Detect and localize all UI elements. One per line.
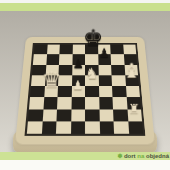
board-square: [85, 86, 99, 97]
watermark-mark-icon: ✽: [117, 153, 122, 159]
board-square: [98, 45, 111, 55]
board-square: [42, 109, 57, 121]
photo-background: ♚♟♟♞♝♛♟♜: [0, 11, 170, 152]
board-square: [111, 65, 125, 76]
board-square: [98, 54, 111, 64]
board-square: [29, 97, 44, 109]
board-square: [99, 121, 114, 134]
board-square: [30, 86, 44, 97]
board-square: [70, 121, 85, 134]
board-square: [85, 121, 100, 134]
watermark-word-2: na: [137, 153, 144, 159]
board-square: [43, 97, 58, 109]
board-square: [45, 65, 59, 76]
board-square: [58, 75, 72, 86]
green-band-bottom: ✽ dort na objedná: [0, 152, 170, 160]
board-square: [110, 45, 123, 55]
board-square: [33, 54, 47, 64]
cake-scene: ♚♟♟♞♝♛♟♜: [0, 11, 170, 152]
board-square: [58, 86, 72, 97]
board-square: [28, 109, 43, 121]
board-square: [127, 109, 142, 121]
board-square: [72, 45, 85, 55]
board-square: [71, 97, 85, 109]
bottom-strip: [0, 160, 170, 170]
board-square: [114, 121, 129, 134]
board-square: [99, 109, 114, 121]
board-square: [85, 65, 98, 76]
board-square: [41, 121, 56, 134]
board-square: [85, 45, 98, 55]
board-square: [56, 109, 71, 121]
chessboard: [24, 43, 145, 136]
board-square: [46, 54, 59, 64]
board-square: [113, 109, 128, 121]
watermark-word-1: dort: [124, 153, 136, 159]
watermark-word-3: objedná: [146, 153, 169, 159]
board-square: [57, 97, 71, 109]
cake-thumbnail[interactable]: ♚♟♟♞♝♛♟♜ ✽ dort na objedná: [0, 0, 170, 170]
board-square: [99, 86, 113, 97]
board-square: [124, 65, 138, 76]
board-square: [72, 65, 85, 76]
board-square: [85, 54, 98, 64]
board-square: [47, 45, 60, 55]
board-square: [126, 97, 141, 109]
board-square: [85, 109, 99, 121]
green-band-top: [0, 3, 170, 11]
board-square: [98, 65, 111, 76]
board-square: [128, 121, 143, 134]
board-square: [123, 45, 136, 55]
board-square: [98, 75, 112, 86]
board-square: [112, 75, 126, 86]
board-square: [45, 75, 59, 86]
board-square: [44, 86, 58, 97]
board-square: [85, 97, 99, 109]
watermark: ✽ dort na objedná: [117, 152, 169, 160]
board-square: [59, 45, 72, 55]
board-square: [125, 75, 139, 86]
board-square: [112, 97, 127, 109]
board-square: [111, 54, 124, 64]
board-square: [112, 86, 126, 97]
board-square: [71, 109, 85, 121]
board-square: [123, 54, 137, 64]
board-square: [59, 54, 72, 64]
chess-cake: ♚♟♟♞♝♛♟♜: [15, 37, 155, 145]
board-square: [56, 121, 71, 134]
board-square: [58, 65, 71, 76]
board-square: [72, 75, 86, 86]
board-square: [34, 45, 47, 55]
board-square: [85, 75, 99, 86]
board-square: [31, 75, 45, 86]
board-square: [71, 86, 85, 97]
board-square: [126, 86, 140, 97]
board-square: [32, 65, 46, 76]
board-square: [27, 121, 42, 134]
board-square: [72, 54, 85, 64]
board-square: [99, 97, 113, 109]
